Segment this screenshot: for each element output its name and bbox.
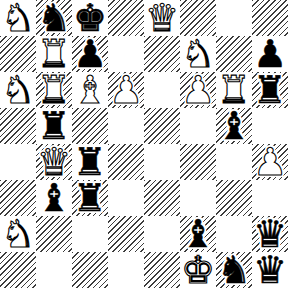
square-e8[interactable]: ♛: [144, 0, 180, 36]
square-g5[interactable]: ♝: [216, 108, 252, 144]
square-h3[interactable]: [252, 180, 288, 216]
square-h6[interactable]: ♜: [252, 72, 288, 108]
piece-black-bishop: ♝: [37, 180, 71, 216]
square-a2[interactable]: ♞: [0, 216, 36, 252]
piece-white-knight: ♞: [1, 216, 35, 252]
square-b4[interactable]: ♛: [36, 144, 72, 180]
piece-black-pawn: ♟: [253, 36, 287, 72]
square-h8[interactable]: [252, 0, 288, 36]
square-a5[interactable]: [0, 108, 36, 144]
piece-black-bishop: ♝: [181, 216, 215, 252]
square-d2[interactable]: [108, 216, 144, 252]
piece-white-bishop: ♝: [73, 72, 107, 108]
piece-white-king: ♚: [181, 252, 215, 288]
piece-black-queen: ♛: [253, 216, 287, 252]
square-h4[interactable]: ♟: [252, 144, 288, 180]
piece-white-pawn: ♟: [253, 144, 287, 180]
square-h5[interactable]: [252, 108, 288, 144]
piece-black-rook: ♜: [73, 180, 107, 216]
square-a8[interactable]: ♞: [0, 0, 36, 36]
square-d6[interactable]: ♟: [108, 72, 144, 108]
square-d1[interactable]: [108, 252, 144, 288]
square-d8[interactable]: [108, 0, 144, 36]
square-b8[interactable]: ♞: [36, 0, 72, 36]
square-g4[interactable]: [216, 144, 252, 180]
piece-black-knight: ♞: [37, 0, 71, 36]
square-a4[interactable]: [0, 144, 36, 180]
square-e1[interactable]: [144, 252, 180, 288]
square-g3[interactable]: [216, 180, 252, 216]
piece-white-pawn: ♟: [181, 72, 215, 108]
square-a3[interactable]: [0, 180, 36, 216]
square-e7[interactable]: [144, 36, 180, 72]
square-d3[interactable]: [108, 180, 144, 216]
square-d7[interactable]: [108, 36, 144, 72]
square-d4[interactable]: [108, 144, 144, 180]
square-g8[interactable]: [216, 0, 252, 36]
square-e5[interactable]: [144, 108, 180, 144]
square-c3[interactable]: ♜: [72, 180, 108, 216]
piece-white-rook: ♜: [37, 36, 71, 72]
piece-black-knight: ♞: [217, 252, 251, 288]
piece-black-rook: ♜: [73, 144, 107, 180]
square-b6[interactable]: ♜: [36, 72, 72, 108]
square-g2[interactable]: [216, 216, 252, 252]
square-a6[interactable]: ♞: [0, 72, 36, 108]
square-e3[interactable]: [144, 180, 180, 216]
piece-white-rook: ♜: [37, 72, 71, 108]
square-b1[interactable]: [36, 252, 72, 288]
square-b7[interactable]: ♜: [36, 36, 72, 72]
square-c7[interactable]: ♟: [72, 36, 108, 72]
square-f4[interactable]: [180, 144, 216, 180]
piece-black-king: ♚: [73, 0, 107, 36]
square-c6[interactable]: ♝: [72, 72, 108, 108]
piece-black-rook: ♜: [37, 108, 71, 144]
piece-white-queen: ♛: [37, 144, 71, 180]
square-a1[interactable]: [0, 252, 36, 288]
piece-white-queen: ♛: [145, 0, 179, 36]
square-b5[interactable]: ♜: [36, 108, 72, 144]
square-f6[interactable]: ♟: [180, 72, 216, 108]
square-g1[interactable]: ♞: [216, 252, 252, 288]
piece-white-knight: ♞: [1, 72, 35, 108]
square-h1[interactable]: ♛: [252, 252, 288, 288]
square-f7[interactable]: ♞: [180, 36, 216, 72]
square-f5[interactable]: [180, 108, 216, 144]
piece-white-pawn: ♟: [109, 72, 143, 108]
square-g7[interactable]: [216, 36, 252, 72]
square-b2[interactable]: [36, 216, 72, 252]
square-c4[interactable]: ♜: [72, 144, 108, 180]
square-f1[interactable]: ♚: [180, 252, 216, 288]
piece-black-queen: ♛: [253, 252, 287, 288]
square-e6[interactable]: [144, 72, 180, 108]
square-a7[interactable]: [0, 36, 36, 72]
square-b3[interactable]: ♝: [36, 180, 72, 216]
square-c5[interactable]: [72, 108, 108, 144]
piece-white-rook: ♜: [217, 72, 251, 108]
square-f2[interactable]: ♝: [180, 216, 216, 252]
square-c8[interactable]: ♚: [72, 0, 108, 36]
square-c1[interactable]: [72, 252, 108, 288]
piece-white-knight: ♞: [181, 36, 215, 72]
square-e4[interactable]: [144, 144, 180, 180]
square-f3[interactable]: [180, 180, 216, 216]
piece-black-bishop: ♝: [217, 108, 251, 144]
square-f8[interactable]: [180, 0, 216, 36]
piece-white-knight: ♞: [1, 0, 35, 36]
square-d5[interactable]: [108, 108, 144, 144]
square-h2[interactable]: ♛: [252, 216, 288, 252]
square-g6[interactable]: ♜: [216, 72, 252, 108]
piece-black-pawn: ♟: [73, 36, 107, 72]
square-h7[interactable]: ♟: [252, 36, 288, 72]
square-c2[interactable]: [72, 216, 108, 252]
square-e2[interactable]: [144, 216, 180, 252]
piece-black-rook: ♜: [253, 72, 287, 108]
chess-board: ♞♞♚♛♜♟♞♟♞♜♝♟♟♜♜♜♝♛♜♟♝♜♞♝♛♚♞♛: [0, 0, 288, 288]
